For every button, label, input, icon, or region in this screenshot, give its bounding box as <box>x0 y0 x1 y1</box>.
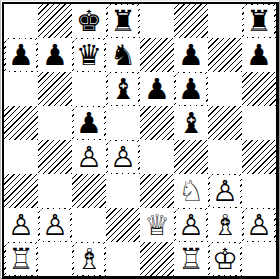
square-g1[interactable]: ♔ <box>208 242 242 276</box>
piece-white-pawn[interactable]: ♙ <box>210 175 240 207</box>
square-f3[interactable]: ♘ <box>174 174 208 208</box>
square-a5[interactable] <box>4 106 38 140</box>
square-f5[interactable]: ♝ <box>174 106 208 140</box>
square-g4[interactable] <box>208 140 242 174</box>
square-h5[interactable] <box>242 106 276 140</box>
square-e4[interactable] <box>140 140 174 174</box>
square-e8[interactable] <box>140 4 174 38</box>
square-g5[interactable] <box>208 106 242 140</box>
square-h4[interactable] <box>242 140 276 174</box>
piece-black-pawn[interactable]: ♟ <box>142 73 172 105</box>
square-b5[interactable] <box>38 106 72 140</box>
square-b8[interactable] <box>38 4 72 38</box>
square-h8[interactable]: ♜ <box>242 4 276 38</box>
square-c2[interactable] <box>72 208 106 242</box>
piece-black-pawn[interactable]: ♟ <box>176 39 206 71</box>
square-d7[interactable]: ♞ <box>106 38 140 72</box>
square-f4[interactable] <box>174 140 208 174</box>
square-f2[interactable]: ♙ <box>174 208 208 242</box>
square-d5[interactable] <box>106 106 140 140</box>
square-h3[interactable] <box>242 174 276 208</box>
square-g3[interactable]: ♙ <box>208 174 242 208</box>
square-d4[interactable]: ♙ <box>106 140 140 174</box>
piece-black-knight[interactable]: ♞ <box>108 39 138 71</box>
piece-white-rook[interactable]: ♖ <box>176 243 206 275</box>
piece-black-king[interactable]: ♚ <box>74 5 104 37</box>
piece-white-bishop[interactable]: ♗ <box>74 243 104 275</box>
square-a4[interactable] <box>4 140 38 174</box>
square-g2[interactable]: ♗ <box>208 208 242 242</box>
square-c3[interactable] <box>72 174 106 208</box>
square-b2[interactable]: ♙ <box>38 208 72 242</box>
square-h1[interactable] <box>242 242 276 276</box>
square-f1[interactable]: ♖ <box>174 242 208 276</box>
square-h7[interactable]: ♟ <box>242 38 276 72</box>
square-a2[interactable]: ♙ <box>4 208 38 242</box>
piece-white-pawn[interactable]: ♙ <box>108 141 138 173</box>
piece-white-pawn[interactable]: ♙ <box>6 209 36 241</box>
square-a1[interactable]: ♖ <box>4 242 38 276</box>
square-e7[interactable] <box>140 38 174 72</box>
square-b4[interactable] <box>38 140 72 174</box>
square-f8[interactable] <box>174 4 208 38</box>
square-g6[interactable] <box>208 72 242 106</box>
square-c8[interactable]: ♚ <box>72 4 106 38</box>
piece-black-pawn[interactable]: ♟ <box>244 39 274 71</box>
piece-white-pawn[interactable]: ♙ <box>244 209 274 241</box>
square-d2[interactable] <box>106 208 140 242</box>
diagram-frame: ♚♜♜♟♟♛♞♟♟♝♟♟♟♝♙♙♘♙♙♙♕♙♗♙♖♗♖♔ <box>0 0 280 279</box>
square-e1[interactable] <box>140 242 174 276</box>
square-c6[interactable] <box>72 72 106 106</box>
piece-white-pawn[interactable]: ♙ <box>74 141 104 173</box>
piece-black-pawn[interactable]: ♟ <box>176 73 206 105</box>
piece-white-knight[interactable]: ♘ <box>176 175 206 207</box>
square-b6[interactable] <box>38 72 72 106</box>
piece-black-queen[interactable]: ♛ <box>74 39 104 71</box>
square-a3[interactable] <box>4 174 38 208</box>
square-a8[interactable] <box>4 4 38 38</box>
square-d3[interactable] <box>106 174 140 208</box>
square-h2[interactable]: ♙ <box>242 208 276 242</box>
square-e6[interactable]: ♟ <box>140 72 174 106</box>
square-h6[interactable] <box>242 72 276 106</box>
square-c4[interactable]: ♙ <box>72 140 106 174</box>
square-a7[interactable]: ♟ <box>4 38 38 72</box>
square-g7[interactable] <box>208 38 242 72</box>
piece-black-bishop[interactable]: ♝ <box>108 73 138 105</box>
square-c7[interactable]: ♛ <box>72 38 106 72</box>
piece-black-pawn[interactable]: ♟ <box>74 107 104 139</box>
square-f6[interactable]: ♟ <box>174 72 208 106</box>
square-c1[interactable]: ♗ <box>72 242 106 276</box>
piece-white-queen[interactable]: ♕ <box>142 209 172 241</box>
square-e5[interactable] <box>140 106 174 140</box>
piece-black-pawn[interactable]: ♟ <box>40 39 70 71</box>
piece-black-bishop[interactable]: ♝ <box>176 107 206 139</box>
square-b3[interactable] <box>38 174 72 208</box>
piece-black-pawn[interactable]: ♟ <box>6 39 36 71</box>
square-b7[interactable]: ♟ <box>38 38 72 72</box>
square-f7[interactable]: ♟ <box>174 38 208 72</box>
piece-black-rook[interactable]: ♜ <box>244 5 274 37</box>
piece-black-rook[interactable]: ♜ <box>108 5 138 37</box>
square-e2[interactable]: ♕ <box>140 208 174 242</box>
piece-white-rook[interactable]: ♖ <box>6 243 36 275</box>
square-b1[interactable] <box>38 242 72 276</box>
square-g8[interactable] <box>208 4 242 38</box>
square-e3[interactable] <box>140 174 174 208</box>
piece-white-king[interactable]: ♔ <box>210 243 240 275</box>
piece-white-pawn[interactable]: ♙ <box>176 209 206 241</box>
piece-white-pawn[interactable]: ♙ <box>40 209 70 241</box>
square-d8[interactable]: ♜ <box>106 4 140 38</box>
square-c5[interactable]: ♟ <box>72 106 106 140</box>
chess-board: ♚♜♜♟♟♛♞♟♟♝♟♟♟♝♙♙♘♙♙♙♕♙♗♙♖♗♖♔ <box>2 2 279 279</box>
square-d6[interactable]: ♝ <box>106 72 140 106</box>
piece-white-bishop[interactable]: ♗ <box>210 209 240 241</box>
square-a6[interactable] <box>4 72 38 106</box>
square-d1[interactable] <box>106 242 140 276</box>
